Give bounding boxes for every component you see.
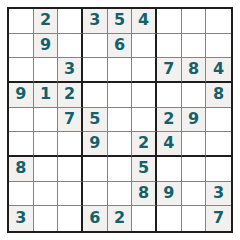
sudoku-cell-r8c3-empty[interactable] [58,182,83,207]
sudoku-cell-r4c3-given: 2 [58,83,83,108]
sudoku-cell-r3c4-empty[interactable] [83,58,108,83]
sudoku-cell-r2c5-given: 6 [108,34,133,59]
sudoku-cell-r6c8-empty[interactable] [182,132,207,157]
sudoku-cell-r3c7-given: 7 [157,58,182,83]
sudoku-board: 235496378491287529924858933627 [7,7,233,233]
sudoku-cell-r5c2-empty[interactable] [34,108,59,133]
sudoku-cell-r7c2-empty[interactable] [34,157,59,182]
sudoku-cell-r3c8-given: 8 [182,58,207,83]
sudoku-cell-r6c1-empty[interactable] [9,132,34,157]
sudoku-cell-r3c5-empty[interactable] [108,58,133,83]
sudoku-cell-r1c7-empty[interactable] [157,9,182,34]
sudoku-cell-r1c3-empty[interactable] [58,9,83,34]
sudoku-cell-r5c9-empty[interactable] [206,108,231,133]
sudoku-cell-r7c9-empty[interactable] [206,157,231,182]
sudoku-cell-r8c9-given: 3 [206,182,231,207]
sudoku-cell-r1c1-empty[interactable] [9,9,34,34]
sudoku-cell-r2c3-empty[interactable] [58,34,83,59]
sudoku-cell-r4c5-empty[interactable] [108,83,133,108]
sudoku-cell-r5c8-given: 9 [182,108,207,133]
sudoku-cell-r4c1-given: 9 [9,83,34,108]
sudoku-cell-r9c5-given: 2 [108,206,133,231]
sudoku-cell-r7c3-empty[interactable] [58,157,83,182]
sudoku-cell-r8c4-empty[interactable] [83,182,108,207]
sudoku-cell-r9c9-given: 7 [206,206,231,231]
sudoku-cell-r6c7-given: 4 [157,132,182,157]
sudoku-cell-r6c5-empty[interactable] [108,132,133,157]
sudoku-cell-r8c7-given: 9 [157,182,182,207]
sudoku-cell-r1c6-given: 4 [132,9,157,34]
sudoku-cell-r9c4-given: 6 [83,206,108,231]
sudoku-cell-r2c9-empty[interactable] [206,34,231,59]
sudoku-cell-r8c5-empty[interactable] [108,182,133,207]
sudoku-cell-r2c1-empty[interactable] [9,34,34,59]
sudoku-cell-r5c5-empty[interactable] [108,108,133,133]
sudoku-cell-r3c3-given: 3 [58,58,83,83]
sudoku-cell-r7c8-empty[interactable] [182,157,207,182]
sudoku-cell-r7c6-given: 5 [132,157,157,182]
sudoku-cell-r1c4-given: 3 [83,9,108,34]
sudoku-cell-r2c7-empty[interactable] [157,34,182,59]
sudoku-cell-r6c9-empty[interactable] [206,132,231,157]
sudoku-cell-r5c6-empty[interactable] [132,108,157,133]
sudoku-cell-r5c1-empty[interactable] [9,108,34,133]
sudoku-cell-r4c7-empty[interactable] [157,83,182,108]
sudoku-cell-r9c7-empty[interactable] [157,206,182,231]
sudoku-cell-r8c2-empty[interactable] [34,182,59,207]
sudoku-cell-r6c6-given: 2 [132,132,157,157]
sudoku-board-container: 235496378491287529924858933627 [7,7,233,233]
sudoku-cell-r6c2-empty[interactable] [34,132,59,157]
sudoku-cell-r5c7-given: 2 [157,108,182,133]
sudoku-cell-r4c8-empty[interactable] [182,83,207,108]
sudoku-cell-r7c4-empty[interactable] [83,157,108,182]
sudoku-cell-r3c9-given: 4 [206,58,231,83]
sudoku-cell-r8c6-given: 8 [132,182,157,207]
sudoku-cell-r7c5-empty[interactable] [108,157,133,182]
sudoku-cell-r4c6-empty[interactable] [132,83,157,108]
sudoku-cell-r4c2-given: 1 [34,83,59,108]
sudoku-cell-r8c8-empty[interactable] [182,182,207,207]
sudoku-cell-r2c4-empty[interactable] [83,34,108,59]
sudoku-cell-r6c4-given: 9 [83,132,108,157]
sudoku-cell-r3c6-empty[interactable] [132,58,157,83]
sudoku-cell-r9c8-empty[interactable] [182,206,207,231]
sudoku-cell-r2c6-empty[interactable] [132,34,157,59]
sudoku-cell-r5c3-given: 7 [58,108,83,133]
sudoku-cell-r2c8-empty[interactable] [182,34,207,59]
sudoku-cell-r1c2-given: 2 [34,9,59,34]
sudoku-cell-r7c7-empty[interactable] [157,157,182,182]
sudoku-cell-r2c2-given: 9 [34,34,59,59]
sudoku-cell-r1c8-empty[interactable] [182,9,207,34]
sudoku-cell-r1c5-given: 5 [108,9,133,34]
sudoku-cell-r6c3-empty[interactable] [58,132,83,157]
sudoku-cell-r3c1-empty[interactable] [9,58,34,83]
sudoku-cell-r9c3-empty[interactable] [58,206,83,231]
sudoku-cell-r9c1-given: 3 [9,206,34,231]
sudoku-cell-r3c2-empty[interactable] [34,58,59,83]
sudoku-cell-r5c4-given: 5 [83,108,108,133]
sudoku-cell-r8c1-empty[interactable] [9,182,34,207]
sudoku-cell-r9c6-empty[interactable] [132,206,157,231]
sudoku-cell-r4c9-given: 8 [206,83,231,108]
sudoku-cell-r4c4-empty[interactable] [83,83,108,108]
sudoku-cell-r7c1-given: 8 [9,157,34,182]
sudoku-cell-r9c2-empty[interactable] [34,206,59,231]
sudoku-cell-r1c9-empty[interactable] [206,9,231,34]
